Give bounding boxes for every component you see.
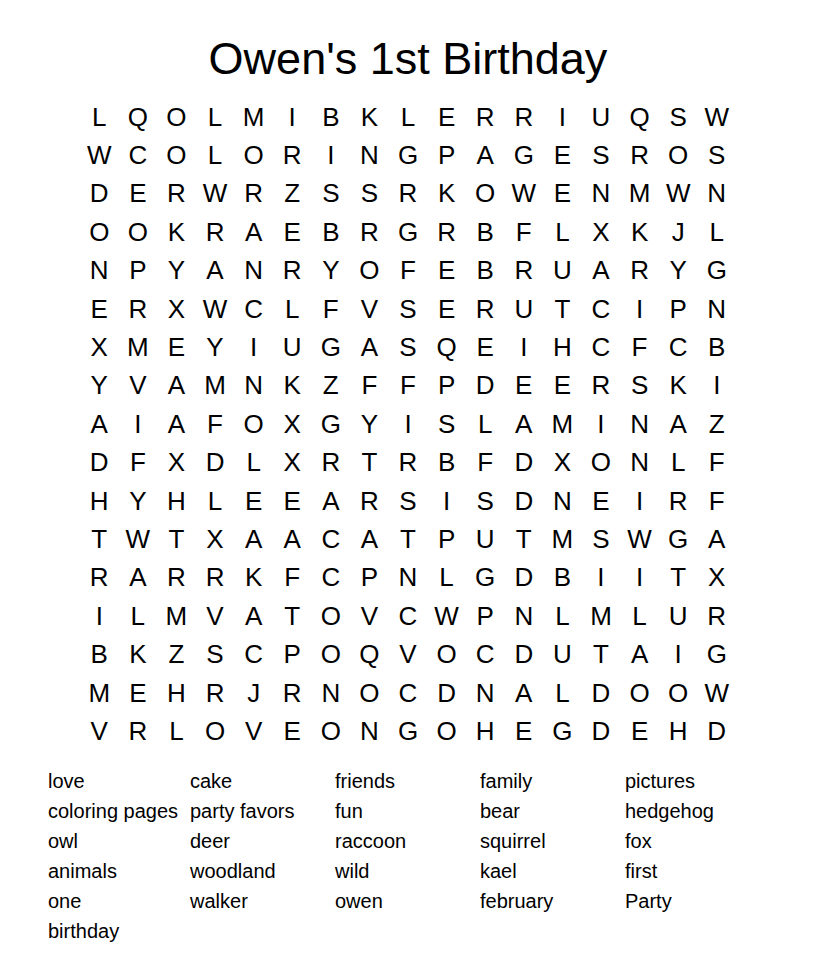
word-item: birthday [48, 916, 190, 946]
grid-cell: X [697, 558, 736, 596]
grid-cell: V [234, 712, 273, 750]
grid-cell: A [312, 481, 351, 519]
grid-cell: R [389, 174, 428, 212]
grid-cell: I [582, 405, 621, 443]
word-item: love [48, 766, 190, 796]
grid-cell: A [234, 597, 273, 635]
grid-cell: G [504, 136, 543, 174]
grid-cell: R [196, 558, 235, 596]
grid-cell: B [697, 328, 736, 366]
grid-cell: R [80, 558, 119, 596]
grid-cell: P [350, 558, 389, 596]
word-item: wild [335, 856, 480, 886]
grid-cell: R [659, 481, 698, 519]
grid-cell: C [582, 328, 621, 366]
grid-cell: O [80, 213, 119, 251]
grid-cell: R [466, 289, 505, 327]
grid-cell: N [543, 481, 582, 519]
grid-cell: D [582, 673, 621, 711]
grid-cell: U [543, 635, 582, 673]
grid-cell: A [504, 673, 543, 711]
grid-cell: S [350, 174, 389, 212]
word-item: squirrel [480, 826, 625, 856]
grid-cell: E [273, 481, 312, 519]
grid-cell: E [582, 481, 621, 519]
grid-cell: D [427, 673, 466, 711]
word-list: lovecoloring pagesowlanimalsonebirthdayc… [0, 766, 816, 946]
grid-cell: A [350, 520, 389, 558]
word-list-column: lovecoloring pagesowlanimalsonebirthday [48, 766, 190, 946]
grid-cell: U [504, 289, 543, 327]
grid-cell: A [697, 520, 736, 558]
word-list-column: familybearsquirrelkaelfebruary [480, 766, 625, 916]
grid-cell: E [427, 251, 466, 289]
grid-cell: C [389, 673, 428, 711]
grid-cell: S [389, 481, 428, 519]
grid-cell: L [697, 213, 736, 251]
grid-cell: C [659, 328, 698, 366]
grid-cell: C [119, 136, 158, 174]
grid-cell: D [80, 443, 119, 481]
grid-cell: S [620, 366, 659, 404]
grid-cell: V [350, 289, 389, 327]
grid-cell: D [582, 712, 621, 750]
grid-cell: X [196, 520, 235, 558]
grid-cell: V [196, 597, 235, 635]
grid-cell: A [659, 405, 698, 443]
grid-cell: F [312, 289, 351, 327]
grid-cell: E [157, 328, 196, 366]
grid-cell: L [466, 405, 505, 443]
grid-cell: I [389, 405, 428, 443]
grid-cell: E [466, 328, 505, 366]
word-item: one [48, 886, 190, 916]
grid-cell: Y [80, 366, 119, 404]
grid-cell: F [504, 213, 543, 251]
grid-cell: I [119, 405, 158, 443]
grid-cell: H [659, 712, 698, 750]
grid-cell: D [697, 712, 736, 750]
grid-cell: X [80, 328, 119, 366]
grid-cell: R [350, 213, 389, 251]
grid-cell: F [119, 443, 158, 481]
grid-cell: I [582, 558, 621, 596]
grid-cell: A [582, 251, 621, 289]
grid-cell: A [196, 251, 235, 289]
grid-cell: E [543, 136, 582, 174]
grid-cell: R [312, 443, 351, 481]
grid-cell: B [466, 213, 505, 251]
word-item: hedgehog [625, 796, 714, 826]
grid-cell: E [504, 712, 543, 750]
grid-cell: A [234, 213, 273, 251]
grid-cell: N [350, 136, 389, 174]
grid-cell: L [119, 597, 158, 635]
grid-cell: T [389, 520, 428, 558]
grid-cell: P [659, 289, 698, 327]
grid-cell: S [427, 405, 466, 443]
grid-cell: G [389, 712, 428, 750]
grid-cell: K [157, 213, 196, 251]
grid-cell: G [389, 136, 428, 174]
grid-cell: R [504, 98, 543, 136]
grid-cell: N [234, 366, 273, 404]
grid-cell: N [234, 251, 273, 289]
grid-cell: G [697, 635, 736, 673]
grid-cell: O [119, 213, 158, 251]
grid-cell: O [157, 136, 196, 174]
grid-cell: N [80, 251, 119, 289]
word-item: fun [335, 796, 480, 826]
grid-cell: I [234, 328, 273, 366]
grid-cell: R [582, 366, 621, 404]
grid-cell: R [466, 98, 505, 136]
grid-cell: E [504, 366, 543, 404]
grid-cell: A [80, 405, 119, 443]
grid-cell: E [427, 289, 466, 327]
word-list-column: friendsfunraccoonwildowen [335, 766, 480, 916]
grid-cell: A [350, 328, 389, 366]
grid-cell: L [196, 481, 235, 519]
grid-cell: U [659, 597, 698, 635]
grid-cell: F [466, 443, 505, 481]
grid-cell: E [620, 712, 659, 750]
grid-cell: Q [427, 328, 466, 366]
grid-cell: S [582, 136, 621, 174]
grid-cell: B [543, 558, 582, 596]
grid-cell: F [620, 328, 659, 366]
word-item: woodland [190, 856, 335, 886]
grid-cell: I [273, 98, 312, 136]
grid-cell: R [234, 174, 273, 212]
grid-cell: C [312, 558, 351, 596]
grid-cell: O [312, 597, 351, 635]
grid-cell: R [119, 289, 158, 327]
grid-cell: N [312, 673, 351, 711]
grid-cell: F [697, 443, 736, 481]
grid-cell: N [620, 443, 659, 481]
grid-cell: R [350, 481, 389, 519]
grid-cell: W [196, 289, 235, 327]
grid-cell: O [427, 712, 466, 750]
grid-cell: E [273, 712, 312, 750]
grid-cell: R [389, 443, 428, 481]
word-item: coloring pages [48, 796, 190, 826]
grid-cell: L [427, 558, 466, 596]
grid-cell: A [157, 405, 196, 443]
grid-cell: C [466, 635, 505, 673]
grid-cell: B [466, 251, 505, 289]
word-item: animals [48, 856, 190, 886]
grid-cell: K [427, 174, 466, 212]
grid-cell: R [427, 213, 466, 251]
grid-cell: N [620, 405, 659, 443]
grid-cell: C [312, 520, 351, 558]
grid-cell: R [273, 673, 312, 711]
grid-cell: R [273, 136, 312, 174]
grid-cell: K [119, 635, 158, 673]
grid-cell: N [389, 558, 428, 596]
grid-cell: O [350, 673, 389, 711]
grid-cell: L [620, 597, 659, 635]
grid-cell: G [312, 328, 351, 366]
grid-cell: N [350, 712, 389, 750]
grid-cell: N [697, 174, 736, 212]
grid-cell: N [697, 289, 736, 327]
grid-cell: D [80, 174, 119, 212]
page-title: Owen's 1st Birthday [0, 0, 816, 84]
grid-cell: G [466, 558, 505, 596]
grid-cell: Y [196, 328, 235, 366]
grid-cell: L [273, 289, 312, 327]
word-search-grid: LQOLMIBKLERRIUQSWWCOLORINGPAGESROSDERWRZ… [0, 98, 816, 751]
grid-cell: A [620, 635, 659, 673]
grid-cell: R [157, 174, 196, 212]
grid-cell: R [196, 213, 235, 251]
grid-cell: V [119, 366, 158, 404]
grid-cell: I [80, 597, 119, 635]
grid-cell: F [273, 558, 312, 596]
grid-cell: L [389, 98, 428, 136]
grid-cell: H [466, 712, 505, 750]
grid-cell: Y [157, 251, 196, 289]
grid-cell: K [273, 366, 312, 404]
grid-cell: W [697, 673, 736, 711]
grid-cell: R [620, 251, 659, 289]
grid-cell: W [620, 520, 659, 558]
grid-cell: S [196, 635, 235, 673]
grid-cell: T [582, 635, 621, 673]
grid-cell: N [466, 673, 505, 711]
grid-cell: D [196, 443, 235, 481]
grid-cell: I [620, 558, 659, 596]
word-item: first [625, 856, 714, 886]
grid-cell: A [273, 520, 312, 558]
grid-cell: I [543, 98, 582, 136]
grid-cell: J [659, 213, 698, 251]
grid-cell: Y [659, 251, 698, 289]
grid-cell: K [350, 98, 389, 136]
grid-cell: Y [119, 481, 158, 519]
word-item: walker [190, 886, 335, 916]
word-item: friends [335, 766, 480, 796]
grid-cell: T [659, 558, 698, 596]
word-item: bear [480, 796, 625, 826]
grid-cell: S [389, 328, 428, 366]
grid-cell: D [504, 443, 543, 481]
grid-cell: Z [697, 405, 736, 443]
grid-cell: L [543, 213, 582, 251]
grid-cell: C [582, 289, 621, 327]
grid-cell: S [659, 98, 698, 136]
grid-cell: L [543, 673, 582, 711]
grid-cell: H [157, 481, 196, 519]
word-item: february [480, 886, 625, 916]
grid-cell: M [620, 174, 659, 212]
grid-cell: A [157, 366, 196, 404]
grid-cell: E [427, 98, 466, 136]
grid-cell: E [234, 481, 273, 519]
grid-cell: U [273, 328, 312, 366]
grid-cell: F [196, 405, 235, 443]
grid-cell: M [234, 98, 273, 136]
grid-cell: G [543, 712, 582, 750]
grid-cell: A [466, 136, 505, 174]
grid-cell: A [119, 558, 158, 596]
grid-cell: W [119, 520, 158, 558]
grid-cell: O [196, 712, 235, 750]
grid-cell: R [196, 673, 235, 711]
grid-cell: T [504, 520, 543, 558]
word-list-column: cakeparty favorsdeerwoodlandwalker [190, 766, 335, 916]
grid-cell: M [80, 673, 119, 711]
grid-cell: L [196, 98, 235, 136]
grid-cell: Z [157, 635, 196, 673]
grid-cell: N [582, 174, 621, 212]
grid-cell: M [543, 520, 582, 558]
grid-cell: E [80, 289, 119, 327]
word-item: Party [625, 886, 714, 916]
grid-cell: A [504, 405, 543, 443]
grid-cell: X [157, 289, 196, 327]
grid-cell: D [504, 635, 543, 673]
grid-cell: M [582, 597, 621, 635]
grid-cell: T [157, 520, 196, 558]
grid-cell: D [466, 366, 505, 404]
grid-cell: O [620, 673, 659, 711]
grid-cell: X [543, 443, 582, 481]
grid-cell: B [80, 635, 119, 673]
grid-cell: F [389, 251, 428, 289]
grid-cell: K [620, 213, 659, 251]
grid-cell: Q [620, 98, 659, 136]
grid-cell: X [157, 443, 196, 481]
grid-cell: H [543, 328, 582, 366]
grid-cell: O [582, 443, 621, 481]
grid-cell: O [234, 405, 273, 443]
grid-cell: V [80, 712, 119, 750]
grid-cell: M [157, 597, 196, 635]
grid-cell: E [543, 366, 582, 404]
grid-cell: X [273, 443, 312, 481]
grid-cell: W [80, 136, 119, 174]
grid-cell: L [157, 712, 196, 750]
grid-cell: O [659, 136, 698, 174]
grid-cell: I [620, 289, 659, 327]
word-item: kael [480, 856, 625, 886]
grid-cell: P [427, 520, 466, 558]
grid-cell: S [312, 174, 351, 212]
grid-cell: L [80, 98, 119, 136]
grid-cell: O [350, 251, 389, 289]
grid-cell: U [582, 98, 621, 136]
grid-cell: F [697, 481, 736, 519]
grid-cell: C [389, 597, 428, 635]
grid-cell: B [312, 213, 351, 251]
grid-cell: O [157, 98, 196, 136]
grid-cell: S [697, 136, 736, 174]
grid-cell: O [659, 673, 698, 711]
word-search-worksheet: Owen's 1st Birthday LQOLMIBKLERRIUQSWWCO… [0, 0, 816, 957]
grid-cell: R [273, 251, 312, 289]
grid-cell: Z [312, 366, 351, 404]
grid-cell: E [273, 213, 312, 251]
grid-cell: Q [119, 98, 158, 136]
grid-cell: E [119, 673, 158, 711]
grid-cell: P [466, 597, 505, 635]
grid-cell: M [196, 366, 235, 404]
grid-cell: M [543, 405, 582, 443]
grid-cell: I [697, 366, 736, 404]
grid-cell: G [312, 405, 351, 443]
grid-cell: L [659, 443, 698, 481]
grid-cell: R [620, 136, 659, 174]
grid-cell: W [697, 98, 736, 136]
grid-cell: A [234, 520, 273, 558]
word-list-column: pictureshedgehogfoxfirstParty [625, 766, 714, 916]
grid-cell: T [543, 289, 582, 327]
grid-cell: Y [350, 405, 389, 443]
grid-cell: I [504, 328, 543, 366]
grid-cell: I [312, 136, 351, 174]
grid-cell: C [234, 289, 273, 327]
grid-cell: U [543, 251, 582, 289]
grid-cell: R [157, 558, 196, 596]
word-item: owen [335, 886, 480, 916]
grid-cell: W [659, 174, 698, 212]
grid-cell: C [234, 635, 273, 673]
grid-cell: I [620, 481, 659, 519]
grid-cell: Q [350, 635, 389, 673]
grid-cell: W [504, 174, 543, 212]
grid-cell: H [157, 673, 196, 711]
grid-cell: T [80, 520, 119, 558]
word-item: deer [190, 826, 335, 856]
grid-cell: I [659, 635, 698, 673]
grid-cell: L [196, 136, 235, 174]
grid-cell: B [312, 98, 351, 136]
grid-cell: E [119, 174, 158, 212]
grid-cell: S [582, 520, 621, 558]
grid-cell: P [427, 136, 466, 174]
grid-cell: J [234, 673, 273, 711]
grid-cell: P [427, 366, 466, 404]
grid-cell: T [273, 597, 312, 635]
grid-cell: K [234, 558, 273, 596]
grid-cell: X [582, 213, 621, 251]
grid-cell: L [543, 597, 582, 635]
grid-cell: E [543, 174, 582, 212]
grid-cell: G [697, 251, 736, 289]
grid-cell: M [119, 328, 158, 366]
grid-cell: R [119, 712, 158, 750]
grid-cell: N [504, 597, 543, 635]
grid-cell: K [659, 366, 698, 404]
grid-cell: W [196, 174, 235, 212]
grid-cell: G [389, 213, 428, 251]
grid-cell: R [504, 251, 543, 289]
grid-cell: O [234, 136, 273, 174]
grid-cell: D [504, 481, 543, 519]
word-item: pictures [625, 766, 714, 796]
grid-cell: P [273, 635, 312, 673]
grid-cell: W [427, 597, 466, 635]
grid-cell: D [504, 558, 543, 596]
word-item: family [480, 766, 625, 796]
grid-cell: O [312, 712, 351, 750]
grid-cell: R [697, 597, 736, 635]
grid-cell: X [273, 405, 312, 443]
